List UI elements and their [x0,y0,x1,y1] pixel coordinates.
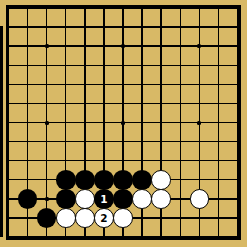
move-number-label: 2 [100,213,107,224]
white-stone [56,208,76,228]
black-stone [18,189,38,209]
board-frame: 12 [6,5,241,240]
star-point [197,44,201,48]
black-stone [94,170,114,190]
go-board[interactable]: 12 [9,8,238,237]
black-stone [132,170,152,190]
move-1-stone-black: 1 [94,189,114,209]
black-stone [113,170,133,190]
white-stone [132,189,152,209]
white-stone [151,170,171,190]
grid-line-vertical [218,8,219,237]
black-stone [37,208,57,228]
white-stone [113,208,133,228]
white-stone [190,189,210,209]
cropped-frame-edge [0,26,3,237]
black-stone [56,189,76,209]
grid-line-vertical [237,8,238,237]
grid-line-horizontal [9,141,238,142]
black-stone [56,170,76,190]
grid-line-horizontal [9,160,238,161]
star-point [45,121,49,125]
black-stone [75,170,95,190]
star-point [45,197,49,201]
star-point [121,44,125,48]
grid-line-horizontal [9,236,238,237]
move-2-stone-white: 2 [94,208,114,228]
star-point [45,44,49,48]
star-point [121,121,125,125]
go-diagram: 12 [0,0,247,247]
white-stone [151,189,171,209]
grid-line-vertical [180,8,181,237]
move-number-label: 1 [100,194,107,205]
star-point [197,121,201,125]
white-stone [75,189,95,209]
black-stone [113,189,133,209]
white-stone [75,208,95,228]
